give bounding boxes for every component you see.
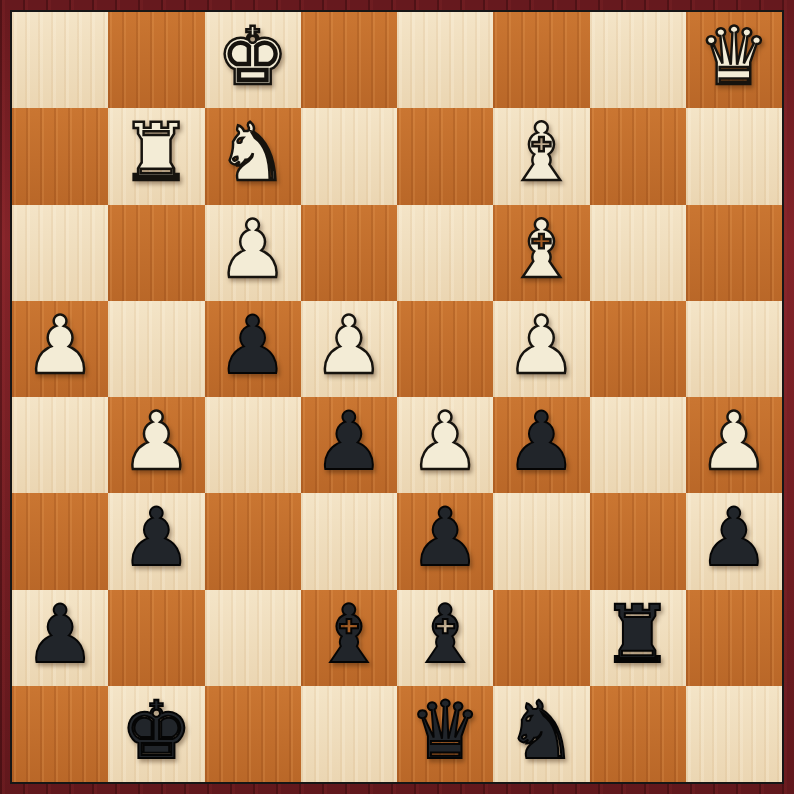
square-f8[interactable] xyxy=(493,12,589,108)
black-bishop[interactable]: ♝ xyxy=(409,595,481,675)
square-a7[interactable] xyxy=(12,108,108,204)
black-pawn[interactable]: ♟ xyxy=(313,402,385,482)
square-g8[interactable] xyxy=(590,12,686,108)
square-b1[interactable]: ♚ xyxy=(108,686,204,782)
white-pawn[interactable]: ♟ xyxy=(121,402,193,482)
square-h3[interactable]: ♟ xyxy=(686,493,782,589)
square-b6[interactable] xyxy=(108,205,204,301)
white-pawn[interactable]: ♟ xyxy=(409,402,481,482)
square-d4[interactable]: ♟ xyxy=(301,397,397,493)
square-e6[interactable] xyxy=(397,205,493,301)
square-f3[interactable] xyxy=(493,493,589,589)
square-h6[interactable] xyxy=(686,205,782,301)
square-f2[interactable] xyxy=(493,590,589,686)
square-g1[interactable] xyxy=(590,686,686,782)
square-e2[interactable]: ♝ xyxy=(397,590,493,686)
square-e8[interactable] xyxy=(397,12,493,108)
square-h4[interactable]: ♟ xyxy=(686,397,782,493)
square-e3[interactable]: ♟ xyxy=(397,493,493,589)
white-rook[interactable]: ♜ xyxy=(121,113,193,193)
square-c4[interactable] xyxy=(205,397,301,493)
black-pawn[interactable]: ♟ xyxy=(698,498,770,578)
square-h7[interactable] xyxy=(686,108,782,204)
square-c7[interactable]: ♞ xyxy=(205,108,301,204)
square-a5[interactable]: ♟ xyxy=(12,301,108,397)
square-c5[interactable]: ♟ xyxy=(205,301,301,397)
square-a2[interactable]: ♟ xyxy=(12,590,108,686)
square-a8[interactable] xyxy=(12,12,108,108)
square-c2[interactable] xyxy=(205,590,301,686)
square-e5[interactable] xyxy=(397,301,493,397)
black-pawn[interactable]: ♟ xyxy=(24,595,96,675)
black-pawn[interactable]: ♟ xyxy=(217,306,289,386)
white-pawn[interactable]: ♟ xyxy=(217,210,289,290)
white-pawn[interactable]: ♟ xyxy=(24,306,96,386)
white-queen[interactable]: ♛ xyxy=(698,17,770,97)
black-rook[interactable]: ♜ xyxy=(602,595,674,675)
board-inner-border: ♚♛♜♞♝♟♝♟♟♟♟♟♟♟♟♟♟♟♟♟♝♝♜♚♛♞ xyxy=(10,10,784,784)
white-knight[interactable]: ♞ xyxy=(217,113,289,193)
chess-board: ♚♛♜♞♝♟♝♟♟♟♟♟♟♟♟♟♟♟♟♟♝♝♜♚♛♞ xyxy=(12,12,782,782)
white-bishop[interactable]: ♝ xyxy=(506,113,578,193)
square-d1[interactable] xyxy=(301,686,397,782)
square-g6[interactable] xyxy=(590,205,686,301)
white-pawn[interactable]: ♟ xyxy=(506,306,578,386)
black-queen[interactable]: ♛ xyxy=(409,691,481,771)
white-bishop[interactable]: ♝ xyxy=(506,210,578,290)
square-g2[interactable]: ♜ xyxy=(590,590,686,686)
square-d7[interactable] xyxy=(301,108,397,204)
square-c8[interactable]: ♚ xyxy=(205,12,301,108)
square-a3[interactable] xyxy=(12,493,108,589)
board-frame: ♚♛♜♞♝♟♝♟♟♟♟♟♟♟♟♟♟♟♟♟♝♝♜♚♛♞ xyxy=(0,0,794,794)
square-b3[interactable]: ♟ xyxy=(108,493,204,589)
black-pawn[interactable]: ♟ xyxy=(506,402,578,482)
square-g4[interactable] xyxy=(590,397,686,493)
square-c6[interactable]: ♟ xyxy=(205,205,301,301)
black-king[interactable]: ♚ xyxy=(121,691,193,771)
white-pawn[interactable]: ♟ xyxy=(698,402,770,482)
square-a4[interactable] xyxy=(12,397,108,493)
white-pawn[interactable]: ♟ xyxy=(313,306,385,386)
square-d5[interactable]: ♟ xyxy=(301,301,397,397)
square-f4[interactable]: ♟ xyxy=(493,397,589,493)
square-b7[interactable]: ♜ xyxy=(108,108,204,204)
square-f5[interactable]: ♟ xyxy=(493,301,589,397)
square-g3[interactable] xyxy=(590,493,686,589)
black-pawn[interactable]: ♟ xyxy=(409,498,481,578)
square-g5[interactable] xyxy=(590,301,686,397)
square-b8[interactable] xyxy=(108,12,204,108)
square-e4[interactable]: ♟ xyxy=(397,397,493,493)
square-f6[interactable]: ♝ xyxy=(493,205,589,301)
square-a1[interactable] xyxy=(12,686,108,782)
square-a6[interactable] xyxy=(12,205,108,301)
square-d8[interactable] xyxy=(301,12,397,108)
square-h8[interactable]: ♛ xyxy=(686,12,782,108)
square-g7[interactable] xyxy=(590,108,686,204)
square-f1[interactable]: ♞ xyxy=(493,686,589,782)
square-e1[interactable]: ♛ xyxy=(397,686,493,782)
square-f7[interactable]: ♝ xyxy=(493,108,589,204)
white-king[interactable]: ♚ xyxy=(217,17,289,97)
square-d6[interactable] xyxy=(301,205,397,301)
square-d2[interactable]: ♝ xyxy=(301,590,397,686)
square-h1[interactable] xyxy=(686,686,782,782)
square-b4[interactable]: ♟ xyxy=(108,397,204,493)
square-b5[interactable] xyxy=(108,301,204,397)
square-b2[interactable] xyxy=(108,590,204,686)
square-c1[interactable] xyxy=(205,686,301,782)
square-h5[interactable] xyxy=(686,301,782,397)
black-bishop[interactable]: ♝ xyxy=(313,595,385,675)
square-c3[interactable] xyxy=(205,493,301,589)
square-h2[interactable] xyxy=(686,590,782,686)
square-e7[interactable] xyxy=(397,108,493,204)
black-knight[interactable]: ♞ xyxy=(506,691,578,771)
black-pawn[interactable]: ♟ xyxy=(121,498,193,578)
square-d3[interactable] xyxy=(301,493,397,589)
